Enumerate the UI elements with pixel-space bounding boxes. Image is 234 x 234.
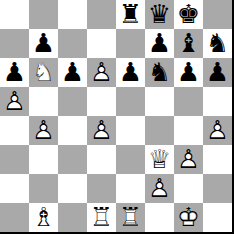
square-e3[interactable] [116,145,145,174]
white-pawn-a5[interactable]: ♟♙ [0,87,29,116]
white-piece-outline: ♘ [32,57,55,87]
square-b5[interactable] [29,87,58,116]
square-c5[interactable] [58,87,87,116]
square-c3[interactable] [58,145,87,174]
square-a1[interactable] [0,203,29,232]
black-pawn-f7[interactable]: ♟ [145,29,174,58]
chess-board: ♜♛♚♟♟♝♞♟♞♘♟♟♙♟♞♟♟♟♙♟♙♟♙♟♙♛♕♟♙♟♙♝♗♜♖♜♖♚♔ [0,0,234,234]
square-g8[interactable]: ♚ [174,0,203,29]
white-king-g1[interactable]: ♚♔ [174,203,203,232]
black-pawn-g6[interactable]: ♟ [174,58,203,87]
square-a5[interactable]: ♟♙ [0,87,29,116]
square-f6[interactable]: ♞ [145,58,174,87]
square-g5[interactable] [174,87,203,116]
white-queen-f3[interactable]: ♛♕ [145,145,174,174]
square-b6[interactable]: ♞♘ [29,58,58,87]
square-d6[interactable]: ♟♙ [87,58,116,87]
square-c7[interactable] [58,29,87,58]
square-b2[interactable] [29,174,58,203]
square-d4[interactable]: ♟♙ [87,116,116,145]
square-h3[interactable] [203,145,232,174]
square-h7[interactable]: ♞ [203,29,232,58]
white-pawn-f2[interactable]: ♟♙ [145,174,174,203]
square-e8[interactable]: ♜ [116,0,145,29]
square-f4[interactable] [145,116,174,145]
square-g6[interactable]: ♟ [174,58,203,87]
square-g3[interactable]: ♟♙ [174,145,203,174]
white-piece-outline: ♖ [119,202,142,232]
black-pawn-a6[interactable]: ♟ [0,58,29,87]
black-knight-h7[interactable]: ♞ [203,29,232,58]
square-g2[interactable] [174,174,203,203]
white-bishop-b1[interactable]: ♝♗ [29,203,58,232]
square-d1[interactable]: ♜♖ [87,203,116,232]
square-f1[interactable] [145,203,174,232]
square-b4[interactable]: ♟♙ [29,116,58,145]
square-a3[interactable] [0,145,29,174]
square-e2[interactable] [116,174,145,203]
square-c4[interactable] [58,116,87,145]
black-pawn-c6[interactable]: ♟ [58,58,87,87]
white-pawn-d4[interactable]: ♟♙ [87,116,116,145]
black-bishop-g7[interactable]: ♝ [174,29,203,58]
square-h4[interactable]: ♟♙ [203,116,232,145]
square-e5[interactable] [116,87,145,116]
black-pawn-h6[interactable]: ♟ [203,58,232,87]
white-rook-e1[interactable]: ♜♖ [116,203,145,232]
black-queen-f8[interactable]: ♛ [145,0,174,29]
white-pawn-g3[interactable]: ♟♙ [174,145,203,174]
square-g4[interactable] [174,116,203,145]
white-knight-b6[interactable]: ♞♘ [29,58,58,87]
square-c8[interactable] [58,0,87,29]
square-d7[interactable] [87,29,116,58]
square-e7[interactable] [116,29,145,58]
square-h2[interactable] [203,174,232,203]
square-a8[interactable] [0,0,29,29]
square-e1[interactable]: ♜♖ [116,203,145,232]
white-pawn-d6[interactable]: ♟♙ [87,58,116,87]
black-knight-f6[interactable]: ♞ [145,58,174,87]
square-a6[interactable]: ♟ [0,58,29,87]
white-pawn-b4[interactable]: ♟♙ [29,116,58,145]
square-a4[interactable] [0,116,29,145]
white-piece-outline: ♕ [148,144,171,174]
white-piece-outline: ♙ [206,115,229,145]
white-piece-outline: ♙ [3,86,26,116]
black-rook-e8[interactable]: ♜ [116,0,145,29]
square-d5[interactable] [87,87,116,116]
square-f3[interactable]: ♛♕ [145,145,174,174]
square-d8[interactable] [87,0,116,29]
square-f5[interactable] [145,87,174,116]
square-d3[interactable] [87,145,116,174]
square-h5[interactable] [203,87,232,116]
white-piece-outline: ♙ [177,144,200,174]
white-piece-outline: ♔ [177,202,200,232]
white-piece-outline: ♖ [90,202,113,232]
square-g1[interactable]: ♚♔ [174,203,203,232]
square-e6[interactable]: ♟ [116,58,145,87]
square-c2[interactable] [58,174,87,203]
white-piece-outline: ♙ [90,115,113,145]
square-b1[interactable]: ♝♗ [29,203,58,232]
square-a2[interactable] [0,174,29,203]
white-piece-outline: ♙ [90,57,113,87]
square-h6[interactable]: ♟ [203,58,232,87]
square-f7[interactable]: ♟ [145,29,174,58]
white-rook-d1[interactable]: ♜♖ [87,203,116,232]
white-pawn-h4[interactable]: ♟♙ [203,116,232,145]
square-b8[interactable] [29,0,58,29]
black-pawn-e6[interactable]: ♟ [116,58,145,87]
square-g7[interactable]: ♝ [174,29,203,58]
square-b7[interactable]: ♟ [29,29,58,58]
square-b3[interactable] [29,145,58,174]
square-h8[interactable] [203,0,232,29]
white-piece-outline: ♗ [32,202,55,232]
square-a7[interactable] [0,29,29,58]
white-piece-outline: ♙ [148,173,171,203]
black-pawn-b7[interactable]: ♟ [29,29,58,58]
square-c6[interactable]: ♟ [58,58,87,87]
white-piece-outline: ♙ [32,115,55,145]
square-e4[interactable] [116,116,145,145]
black-king-g8[interactable]: ♚ [174,0,203,29]
square-d2[interactable] [87,174,116,203]
square-f2[interactable]: ♟♙ [145,174,174,203]
square-h1[interactable] [203,203,232,232]
square-f8[interactable]: ♛ [145,0,174,29]
square-c1[interactable] [58,203,87,232]
